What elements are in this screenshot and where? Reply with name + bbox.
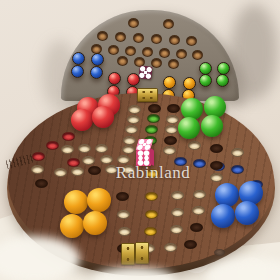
tan-board-hole [117,210,130,219]
through-hole [163,19,174,29]
yellow-marble[interactable] [163,76,176,89]
tan-board-hole [164,243,177,252]
bottom-fold-hinge-right [135,242,149,264]
photo-scene: Rabinland [0,0,280,280]
dark-board-hole [116,192,129,201]
blue-board-hole [193,159,206,168]
through-hole [186,36,197,46]
tan-board-hole [78,144,91,153]
blue-marble[interactable] [71,65,84,78]
through-hole [108,45,119,55]
tan-board-hole [125,125,138,134]
through-hole [159,48,170,58]
dark-board-hole [88,166,101,175]
through-hole [115,32,126,42]
green-board-hole [147,114,160,123]
tan-board-hole [31,165,44,174]
top-fold-hinge [137,88,158,102]
through-hole [97,31,108,41]
tan-board-hole [166,115,179,124]
through-hole [133,33,144,43]
blue-board-hole [174,157,187,166]
blue-marble[interactable] [90,66,103,79]
red-marble[interactable] [71,109,93,131]
red-board-hole [32,152,45,161]
tan-board-hole [193,190,206,199]
blue-marble[interactable] [72,52,85,65]
red-marble[interactable] [108,72,121,85]
fur-tuft-left [0,236,80,280]
dark-board-hole [167,104,180,113]
red-marble[interactable] [92,106,114,128]
wood-knot [214,249,225,256]
through-hole [192,50,203,60]
tan-board-hole [100,155,113,164]
yellow-board-hole [145,210,158,219]
tan-board-hole [231,148,244,157]
yellow-board-hole [145,192,158,201]
through-hole [117,56,128,66]
through-hole [128,18,139,28]
dark-board-hole [184,240,197,249]
blue-marble[interactable] [215,183,239,207]
green-board-hole [145,125,158,134]
orange-marble[interactable] [87,188,111,212]
tan-board-hole [128,105,141,114]
dark-board-hole [210,161,223,170]
green-marble[interactable] [201,115,223,137]
orange-marble[interactable] [83,211,107,235]
tan-board-hole [171,208,184,217]
dark-board-hole [35,179,48,188]
yellow-marble[interactable] [183,77,196,90]
dark-board-hole [210,144,223,153]
tan-board-hole [163,146,176,155]
dark-board-hole [148,104,161,113]
tan-board-hole [117,155,130,164]
blue-marble[interactable] [235,201,259,225]
tan-board-hole [61,145,74,154]
through-hole [142,47,153,57]
red-board-hole [62,132,75,141]
pink-die-front-face [136,150,151,166]
tan-board-hole [118,227,131,236]
through-hole [169,35,180,45]
blue-marble[interactable] [211,204,235,228]
tan-board-hole [54,168,67,177]
tan-board-hole [71,167,84,176]
engraved-logo-mark [5,154,33,169]
tan-board-hole [171,191,184,200]
tan-board-hole [210,173,223,182]
yellow-board-hole [146,169,159,178]
tan-board-hole [122,145,135,154]
tan-board-hole [188,141,201,150]
red-board-hole [46,141,59,150]
green-marble[interactable] [199,62,212,75]
dark-board-hole [164,136,177,145]
tan-board-hole [165,125,178,134]
red-marble[interactable] [127,73,140,86]
through-hole [151,34,162,44]
green-marble[interactable] [178,117,200,139]
tan-board-hole [127,115,140,124]
dark-board-hole [190,223,203,232]
orange-marble[interactable] [60,214,84,238]
bottom-fold-hinge-left [121,243,135,265]
green-marble[interactable] [217,62,230,75]
yellow-board-hole [144,227,157,236]
green-marble[interactable] [216,74,229,87]
tan-board-hole [192,206,205,215]
tan-board-hole [82,156,95,165]
red-board-hole [67,158,80,167]
orange-marble[interactable] [64,190,88,214]
green-marble[interactable] [199,74,212,87]
through-hole [168,59,179,69]
tan-board-hole [95,144,108,153]
tan-board-hole [105,165,118,174]
maroon-die[interactable] [138,65,152,79]
tan-board-hole [123,136,136,145]
tan-board-hole [170,225,183,234]
through-hole [176,49,187,59]
pink-die[interactable] [136,139,153,166]
tan-board-hole [122,165,135,174]
blue-marble[interactable] [91,53,104,66]
pink-die-side-face [150,148,154,166]
blue-board-hole [231,165,244,174]
through-hole [125,46,136,56]
